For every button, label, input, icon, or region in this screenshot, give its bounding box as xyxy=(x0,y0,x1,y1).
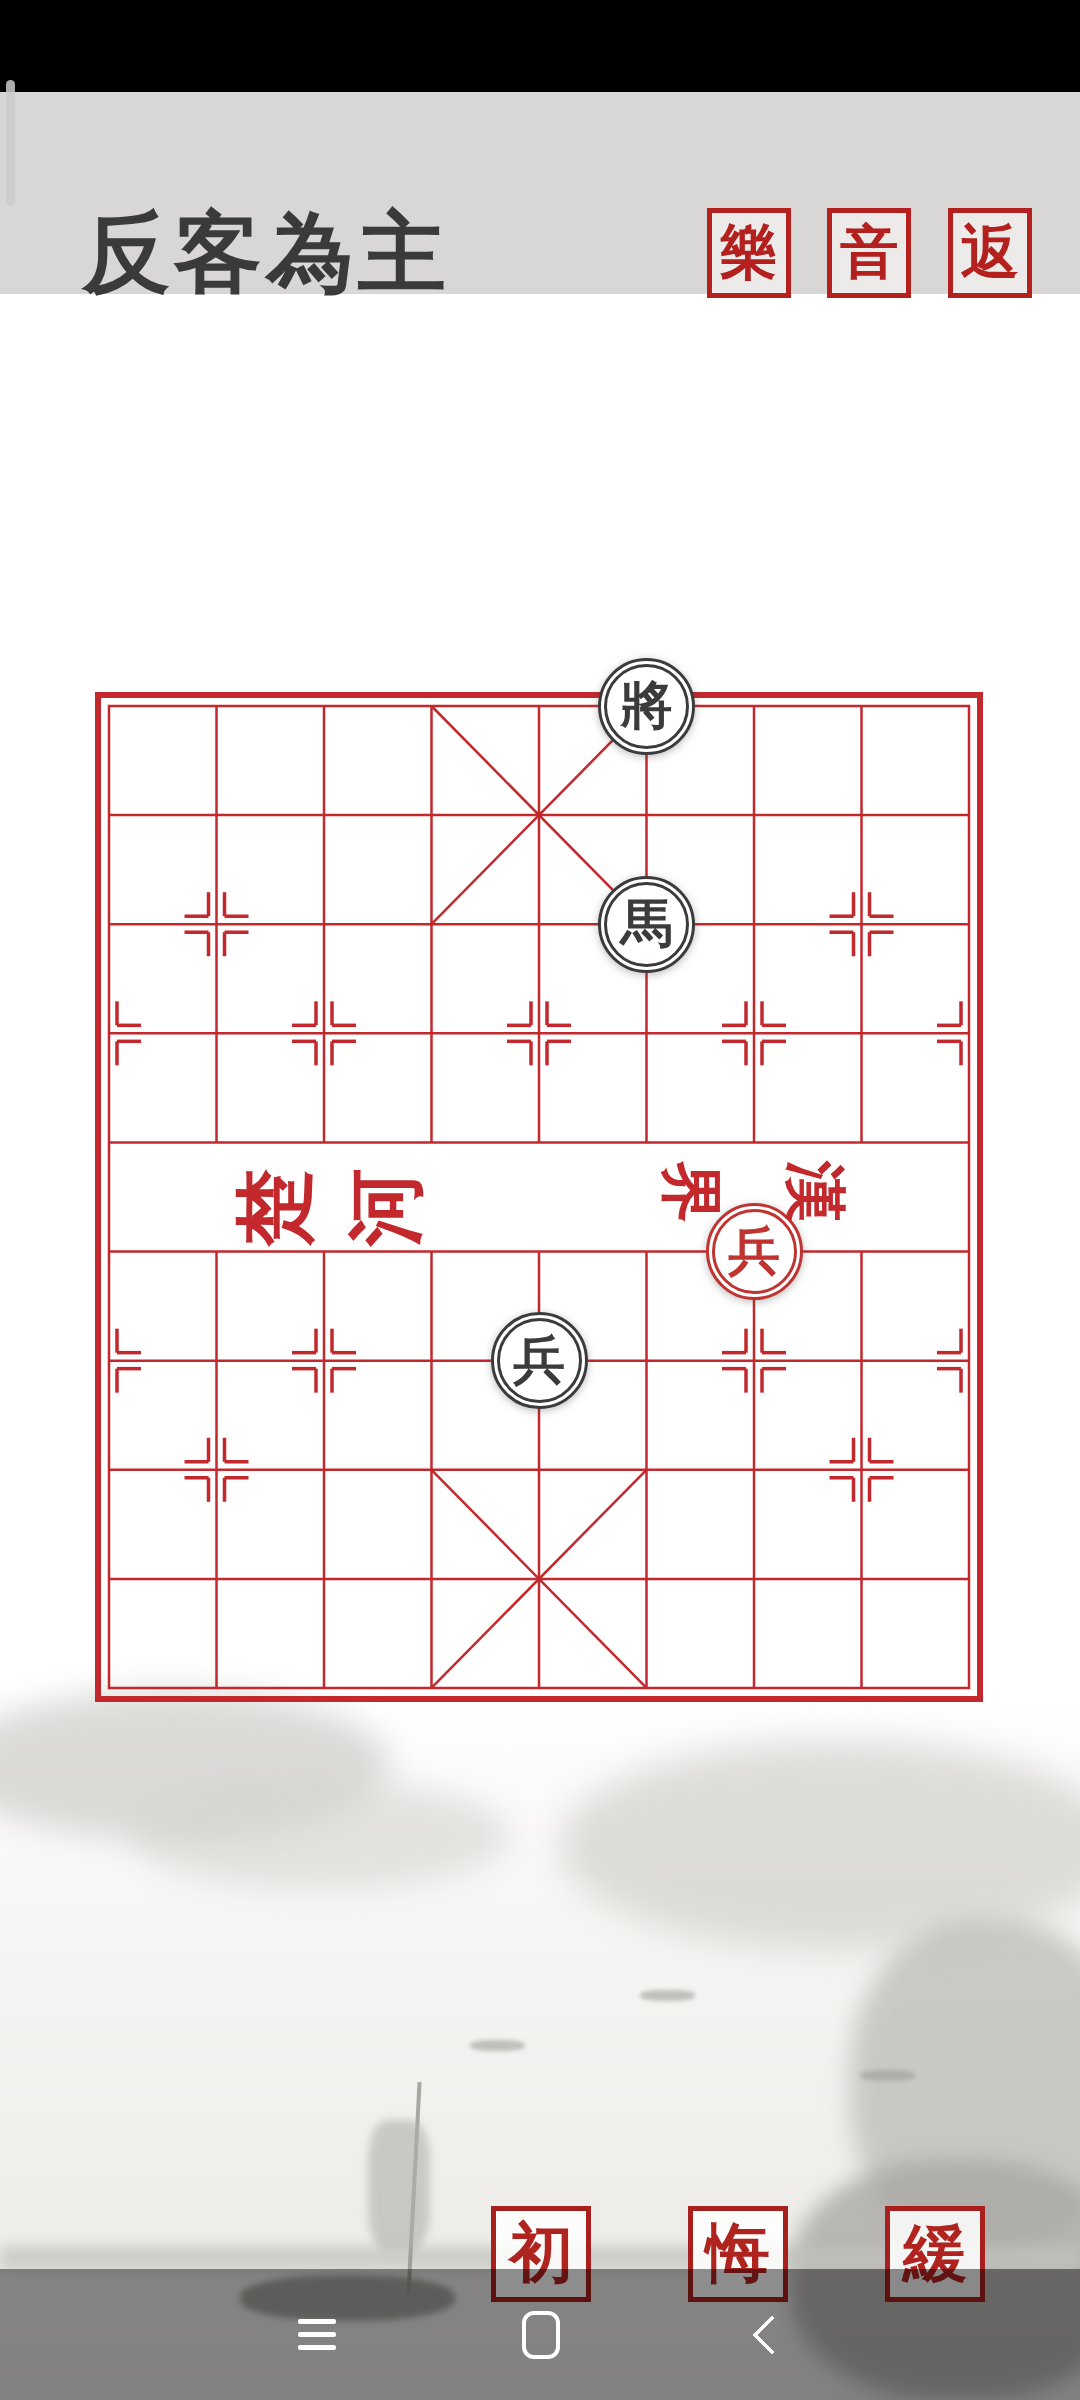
river-character: 界 xyxy=(651,1152,731,1232)
back-button-label: 返 xyxy=(961,224,1019,282)
painting-small-boat xyxy=(640,1990,695,2001)
river-character: 楚 xyxy=(227,1163,322,1253)
app-screen: 反客為主 樂 音 返 將馬兵兵 楚河 漢界 初 悔 緩 xyxy=(0,0,1080,2400)
back-button[interactable]: 返 xyxy=(948,208,1032,298)
piece-glyph: 將 xyxy=(621,680,673,732)
piece-black-soldier[interactable]: 兵 xyxy=(491,1312,588,1409)
sound-button-label: 音 xyxy=(840,224,898,282)
android-back-button[interactable] xyxy=(702,2269,842,2400)
page-title: 反客為主 xyxy=(82,204,450,304)
music-button-label: 樂 xyxy=(720,224,778,282)
painting-village xyxy=(130,1780,510,1890)
painting-small-boat xyxy=(860,2070,915,2081)
android-nav-bar xyxy=(0,2269,1080,2400)
music-button[interactable]: 樂 xyxy=(707,208,791,298)
piece-ring: 馬 xyxy=(604,882,689,967)
sound-button[interactable]: 音 xyxy=(827,208,911,298)
status-bar xyxy=(0,0,1080,92)
river-label-chu-he: 楚河 xyxy=(229,1160,430,1255)
river-label-han-jie: 漢界 xyxy=(651,1152,855,1232)
piece-ring: 將 xyxy=(604,664,689,749)
painting-small-boat xyxy=(470,2040,525,2051)
recents-icon xyxy=(298,2319,336,2350)
piece-glyph: 馬 xyxy=(621,898,673,950)
header: 反客為主 樂 音 返 xyxy=(0,92,1080,294)
piece-glyph: 兵 xyxy=(513,1335,565,1387)
river-character: 漢 xyxy=(775,1152,855,1232)
recents-button[interactable] xyxy=(247,2269,387,2400)
piece-black-horse[interactable]: 馬 xyxy=(598,876,695,973)
piece-black-general[interactable]: 將 xyxy=(598,658,695,755)
painting-boat-sail xyxy=(368,2120,430,2250)
edge-panel-handle[interactable] xyxy=(6,80,15,206)
home-icon xyxy=(522,2311,560,2359)
river-character: 河 xyxy=(338,1163,433,1253)
piece-glyph: 兵 xyxy=(728,1226,780,1278)
home-button[interactable] xyxy=(471,2269,611,2400)
painting-shoreline xyxy=(560,1740,1080,1950)
back-chevron-icon xyxy=(752,2315,792,2355)
piece-ring: 兵 xyxy=(497,1318,582,1403)
